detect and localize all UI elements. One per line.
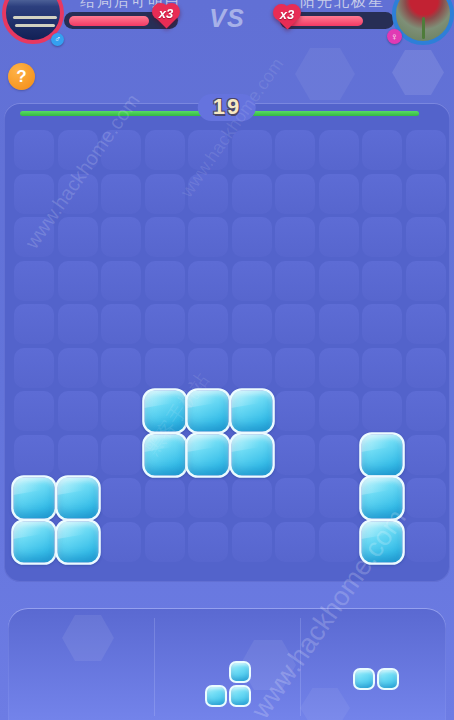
board-cell[interactable]: [58, 348, 98, 388]
tray-divider: [154, 618, 155, 716]
board-cell[interactable]: [319, 174, 359, 214]
board-cell-filled[interactable]: [55, 475, 101, 521]
board-cell[interactable]: [145, 217, 185, 257]
board-cell[interactable]: [319, 261, 359, 301]
board-cell[interactable]: [275, 130, 315, 170]
board-cell[interactable]: [188, 478, 228, 518]
board-cell[interactable]: [406, 478, 446, 518]
left-lives-heart-icon: x3: [150, 0, 182, 30]
board-cell[interactable]: [58, 435, 98, 475]
tray-piece-gap: [205, 661, 227, 683]
vs-label: VS: [205, 4, 249, 33]
board-cell[interactable]: [101, 174, 141, 214]
board-cell[interactable]: [232, 261, 272, 301]
board-cell[interactable]: [101, 435, 141, 475]
board-cell[interactable]: [101, 261, 141, 301]
left-gender-badge: ♂: [51, 33, 64, 46]
board-cell[interactable]: [188, 261, 228, 301]
board-cell[interactable]: [101, 348, 141, 388]
board-cell-filled[interactable]: [359, 519, 405, 565]
board-cell[interactable]: [14, 130, 54, 170]
avatar-art-line: [15, 24, 55, 27]
board-cell[interactable]: [145, 348, 185, 388]
right-player-name: 阳光北极星: [300, 0, 385, 11]
board-cell[interactable]: [406, 348, 446, 388]
timer-pill: 19: [198, 94, 256, 121]
tray-piece-cell[interactable]: [229, 685, 251, 707]
board-cell[interactable]: [362, 261, 402, 301]
game-screen: ♂ 结局后可明白 x3 VS x3 阳光北极星 ♀ ? 19: [0, 0, 454, 720]
board-cell[interactable]: [406, 522, 446, 562]
board-cell[interactable]: [232, 130, 272, 170]
board-panel: 19: [4, 103, 450, 582]
board-cell[interactable]: [145, 130, 185, 170]
board-cell[interactable]: [362, 174, 402, 214]
board-cell[interactable]: [145, 174, 185, 214]
help-button[interactable]: ?: [8, 63, 35, 90]
board-cell[interactable]: [362, 217, 402, 257]
board-grid[interactable]: [14, 130, 446, 562]
tray-divider: [300, 618, 301, 716]
board-cell-filled[interactable]: [185, 432, 231, 478]
hexagon-decoration: [295, 48, 355, 100]
right-lives-count: x3: [271, 7, 303, 22]
board-cell-filled[interactable]: [229, 388, 275, 434]
board-cell[interactable]: [275, 304, 315, 344]
board-cell[interactable]: [275, 174, 315, 214]
board-cell[interactable]: [362, 391, 402, 431]
board-cell[interactable]: [275, 217, 315, 257]
board-cell[interactable]: [58, 217, 98, 257]
board-cell[interactable]: [275, 522, 315, 562]
hexagon-decoration: [300, 688, 350, 720]
tray-piece-cell[interactable]: [353, 668, 375, 690]
board-cell[interactable]: [362, 304, 402, 344]
board-cell-filled[interactable]: [142, 388, 188, 434]
board-cell[interactable]: [14, 174, 54, 214]
piece-tray: [8, 608, 446, 720]
board-cell[interactable]: [58, 174, 98, 214]
tray-piece-cell[interactable]: [205, 685, 227, 707]
board-cell[interactable]: [58, 304, 98, 344]
board-cell-filled[interactable]: [185, 388, 231, 434]
tray-piece-cell[interactable]: [229, 661, 251, 683]
board-cell-filled[interactable]: [359, 432, 405, 478]
board-cell[interactable]: [275, 435, 315, 475]
board-cell-filled[interactable]: [11, 519, 57, 565]
board-cell-filled[interactable]: [55, 519, 101, 565]
board-cell[interactable]: [145, 261, 185, 301]
board-cell-filled[interactable]: [229, 432, 275, 478]
board-cell[interactable]: [188, 348, 228, 388]
hexagon-decoration: [62, 615, 114, 661]
board-cell[interactable]: [406, 391, 446, 431]
board-cell[interactable]: [145, 304, 185, 344]
board-cell[interactable]: [14, 391, 54, 431]
board-cell[interactable]: [275, 478, 315, 518]
board-cell[interactable]: [319, 304, 359, 344]
board-cell[interactable]: [406, 130, 446, 170]
board-cell[interactable]: [188, 304, 228, 344]
board-cell[interactable]: [101, 217, 141, 257]
board-cell[interactable]: [188, 174, 228, 214]
board-cell[interactable]: [58, 391, 98, 431]
board-cell[interactable]: [101, 304, 141, 344]
board-cell[interactable]: [232, 522, 272, 562]
hexagon-decoration: [392, 50, 444, 95]
board-cell[interactable]: [275, 348, 315, 388]
board-cell[interactable]: [58, 261, 98, 301]
left-hp-fill: [69, 16, 149, 26]
board-cell[interactable]: [14, 348, 54, 388]
board-cell[interactable]: [232, 478, 272, 518]
board-cell[interactable]: [319, 130, 359, 170]
timer-value: 19: [213, 94, 241, 120]
board-cell[interactable]: [406, 217, 446, 257]
board-cell[interactable]: [319, 522, 359, 562]
left-lives-count: x3: [150, 6, 182, 21]
tray-piece-corner[interactable]: [205, 661, 251, 707]
board-cell[interactable]: [145, 522, 185, 562]
board-cell[interactable]: [101, 391, 141, 431]
board-cell[interactable]: [232, 348, 272, 388]
board-cell[interactable]: [319, 391, 359, 431]
board-cell-filled[interactable]: [142, 432, 188, 478]
board-cell[interactable]: [14, 217, 54, 257]
board-cell[interactable]: [362, 130, 402, 170]
board-cell[interactable]: [232, 304, 272, 344]
board-cell[interactable]: [275, 261, 315, 301]
board-cell[interactable]: [319, 478, 359, 518]
board-cell[interactable]: [319, 348, 359, 388]
avatar-art-line: [13, 16, 57, 19]
board-cell[interactable]: [188, 217, 228, 257]
board-cell-filled[interactable]: [359, 475, 405, 521]
avatar-art-stem: [422, 17, 425, 39]
right-gender-badge: ♀: [387, 29, 402, 44]
board-cell[interactable]: [14, 435, 54, 475]
board-cell[interactable]: [232, 217, 272, 257]
board-cell[interactable]: [101, 522, 141, 562]
tray-piece-cell[interactable]: [377, 668, 399, 690]
board-cell-filled[interactable]: [11, 475, 57, 521]
board-cell[interactable]: [232, 174, 272, 214]
board-cell[interactable]: [188, 522, 228, 562]
right-lives-heart-icon: x3: [271, 1, 303, 31]
board-cell[interactable]: [101, 130, 141, 170]
tray-piece-domino[interactable]: [353, 668, 399, 690]
board-cell[interactable]: [406, 174, 446, 214]
board-cell[interactable]: [58, 130, 98, 170]
board-cell[interactable]: [188, 130, 228, 170]
board-cell[interactable]: [275, 391, 315, 431]
board-cell[interactable]: [406, 435, 446, 475]
board-cell[interactable]: [145, 478, 185, 518]
board-cell[interactable]: [101, 478, 141, 518]
board-cell[interactable]: [406, 304, 446, 344]
board-cell[interactable]: [362, 348, 402, 388]
board-cell[interactable]: [319, 217, 359, 257]
board-cell[interactable]: [319, 435, 359, 475]
board-cell[interactable]: [14, 261, 54, 301]
board-cell[interactable]: [406, 261, 446, 301]
board-cell[interactable]: [14, 304, 54, 344]
